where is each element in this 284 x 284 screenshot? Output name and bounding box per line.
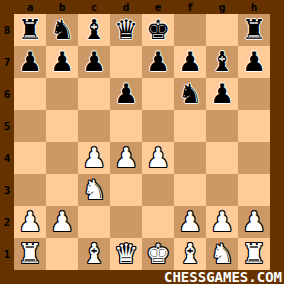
piece-black-bishop[interactable]: ♝ (82, 14, 106, 46)
square-h1[interactable]: ♜ (238, 238, 270, 270)
square-g1[interactable]: ♞ (206, 238, 238, 270)
square-g7[interactable]: ♝ (206, 46, 238, 78)
square-h2[interactable]: ♟ (238, 206, 270, 238)
piece-white-knight[interactable]: ♞ (82, 174, 106, 206)
file-label-e: e (142, 0, 174, 14)
square-f6[interactable]: ♞ (174, 78, 206, 110)
square-b7[interactable]: ♟ (46, 46, 78, 78)
square-c8[interactable]: ♝ (78, 14, 110, 46)
piece-black-pawn[interactable]: ♟ (18, 46, 42, 78)
piece-black-pawn[interactable]: ♟ (82, 46, 106, 78)
square-d5[interactable] (110, 110, 142, 142)
square-g6[interactable]: ♟ (206, 78, 238, 110)
piece-white-bishop[interactable]: ♝ (178, 238, 202, 270)
square-c7[interactable]: ♟ (78, 46, 110, 78)
rank-label-4: 4 (0, 142, 14, 174)
square-h3[interactable] (238, 174, 270, 206)
square-d1[interactable]: ♛ (110, 238, 142, 270)
square-d7[interactable] (110, 46, 142, 78)
piece-black-pawn[interactable]: ♟ (242, 46, 266, 78)
square-d6[interactable]: ♟ (110, 78, 142, 110)
square-d4[interactable]: ♟ (110, 142, 142, 174)
rank-label-7: 7 (0, 46, 14, 78)
piece-white-pawn[interactable]: ♟ (50, 206, 74, 238)
piece-black-pawn[interactable]: ♟ (114, 78, 138, 110)
piece-black-pawn[interactable]: ♟ (210, 78, 234, 110)
square-e1[interactable]: ♚ (142, 238, 174, 270)
rank-label-3: 3 (0, 174, 14, 206)
file-label-f: f (174, 0, 206, 14)
square-g3[interactable] (206, 174, 238, 206)
square-e3[interactable] (142, 174, 174, 206)
square-g2[interactable]: ♟ (206, 206, 238, 238)
square-a6[interactable] (14, 78, 46, 110)
square-h5[interactable] (238, 110, 270, 142)
file-labels: abcdefgh (14, 0, 270, 14)
file-label-c: c (78, 0, 110, 14)
piece-white-pawn[interactable]: ♟ (210, 206, 234, 238)
square-c4[interactable]: ♟ (78, 142, 110, 174)
square-h4[interactable] (238, 142, 270, 174)
square-e6[interactable] (142, 78, 174, 110)
square-a4[interactable] (14, 142, 46, 174)
square-e4[interactable]: ♟ (142, 142, 174, 174)
square-a2[interactable]: ♟ (14, 206, 46, 238)
square-b5[interactable] (46, 110, 78, 142)
square-a3[interactable] (14, 174, 46, 206)
square-b6[interactable] (46, 78, 78, 110)
square-c1[interactable]: ♝ (78, 238, 110, 270)
square-b3[interactable] (46, 174, 78, 206)
piece-black-pawn[interactable]: ♟ (50, 46, 74, 78)
square-e5[interactable] (142, 110, 174, 142)
chess-board-frame: abcdefgh 87654321 ♜♞♝♛♚♜♟♟♟♟♟♝♟♟♞♟♟♟♟♞♟♟… (0, 0, 284, 284)
piece-white-knight[interactable]: ♞ (210, 238, 234, 270)
square-g8[interactable] (206, 14, 238, 46)
file-label-b: b (46, 0, 78, 14)
square-g4[interactable] (206, 142, 238, 174)
piece-white-rook[interactable]: ♜ (18, 238, 42, 270)
square-b2[interactable]: ♟ (46, 206, 78, 238)
square-a8[interactable]: ♜ (14, 14, 46, 46)
square-b8[interactable]: ♞ (46, 14, 78, 46)
file-label-d: d (110, 0, 142, 14)
square-a5[interactable] (14, 110, 46, 142)
square-c2[interactable] (78, 206, 110, 238)
square-f7[interactable]: ♟ (174, 46, 206, 78)
chess-board: ♜♞♝♛♚♜♟♟♟♟♟♝♟♟♞♟♟♟♟♞♟♟♟♟♟♜♝♛♚♝♞♜ (14, 14, 270, 270)
piece-white-pawn[interactable]: ♟ (178, 206, 202, 238)
square-e2[interactable] (142, 206, 174, 238)
piece-white-pawn[interactable]: ♟ (82, 142, 106, 174)
rank-label-1: 1 (0, 238, 14, 270)
piece-white-pawn[interactable]: ♟ (18, 206, 42, 238)
site-watermark: CHESSGAMES.COM (164, 270, 282, 284)
piece-black-bishop[interactable]: ♝ (210, 46, 234, 78)
rank-label-2: 2 (0, 206, 14, 238)
piece-black-pawn[interactable]: ♟ (178, 46, 202, 78)
piece-white-rook[interactable]: ♜ (242, 238, 266, 270)
piece-white-king[interactable]: ♚ (146, 238, 170, 270)
piece-white-pawn[interactable]: ♟ (242, 206, 266, 238)
piece-black-knight[interactable]: ♞ (50, 14, 74, 46)
square-h8[interactable]: ♜ (238, 14, 270, 46)
piece-white-pawn[interactable]: ♟ (146, 142, 170, 174)
square-b1[interactable] (46, 238, 78, 270)
file-label-a: a (14, 0, 46, 14)
square-a1[interactable]: ♜ (14, 238, 46, 270)
square-f5[interactable] (174, 110, 206, 142)
square-c5[interactable] (78, 110, 110, 142)
square-c3[interactable]: ♞ (78, 174, 110, 206)
piece-white-queen[interactable]: ♛ (114, 238, 138, 270)
square-b4[interactable] (46, 142, 78, 174)
square-g5[interactable] (206, 110, 238, 142)
rank-label-8: 8 (0, 14, 14, 46)
piece-black-knight[interactable]: ♞ (178, 78, 202, 110)
piece-black-queen[interactable]: ♛ (114, 14, 138, 46)
square-h6[interactable] (238, 78, 270, 110)
square-e8[interactable]: ♚ (142, 14, 174, 46)
rank-labels: 87654321 (0, 14, 14, 270)
piece-black-rook[interactable]: ♜ (242, 14, 266, 46)
square-f3[interactable] (174, 174, 206, 206)
piece-black-rook[interactable]: ♜ (18, 14, 42, 46)
square-f8[interactable] (174, 14, 206, 46)
rank-label-5: 5 (0, 110, 14, 142)
square-d8[interactable]: ♛ (110, 14, 142, 46)
piece-white-pawn[interactable]: ♟ (114, 142, 138, 174)
square-f4[interactable] (174, 142, 206, 174)
rank-label-6: 6 (0, 78, 14, 110)
square-f2[interactable]: ♟ (174, 206, 206, 238)
file-label-g: g (206, 0, 238, 14)
square-f1[interactable]: ♝ (174, 238, 206, 270)
square-c6[interactable] (78, 78, 110, 110)
piece-white-bishop[interactable]: ♝ (82, 238, 106, 270)
piece-black-king[interactable]: ♚ (146, 14, 170, 46)
file-label-h: h (238, 0, 270, 14)
piece-black-pawn[interactable]: ♟ (146, 46, 170, 78)
square-e7[interactable]: ♟ (142, 46, 174, 78)
square-d3[interactable] (110, 174, 142, 206)
square-d2[interactable] (110, 206, 142, 238)
square-a7[interactable]: ♟ (14, 46, 46, 78)
square-h7[interactable]: ♟ (238, 46, 270, 78)
